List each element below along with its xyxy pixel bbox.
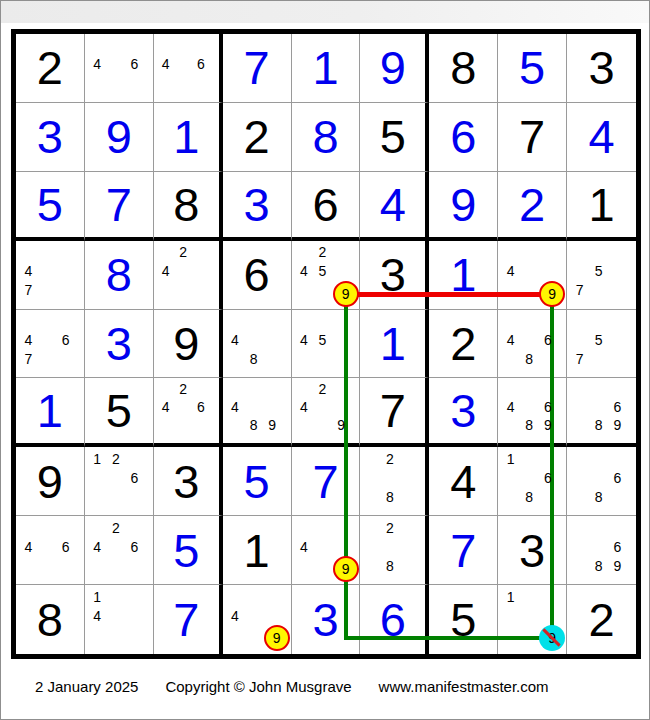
given-digit: 3 xyxy=(360,241,425,309)
solved-digit: 3 xyxy=(429,378,497,443)
candidate-digit xyxy=(501,312,520,331)
candidate-digit xyxy=(295,243,314,262)
candidate-digit xyxy=(295,349,314,368)
candidate-digit xyxy=(263,380,282,398)
candidate-digit xyxy=(295,556,314,575)
candidate-digit: 8 xyxy=(520,487,539,506)
candidate-digit xyxy=(363,449,381,468)
candidate-digit xyxy=(608,380,627,398)
candidate-digit xyxy=(570,518,589,537)
cell-r9c3[interactable]: 7 xyxy=(154,585,223,654)
candidate-digit: 4 xyxy=(157,262,175,281)
solved-digit: 3 xyxy=(292,585,360,654)
cell-r6c2[interactable]: 5 xyxy=(85,378,154,447)
candidate-digit xyxy=(56,518,75,537)
cell-r8c5[interactable]: 4 xyxy=(292,516,361,585)
cell-r8c9[interactable]: 689 xyxy=(567,516,636,585)
solved-digit: 5 xyxy=(16,172,84,237)
cell-r7c2[interactable]: 126 xyxy=(85,447,154,516)
candidate-digit: 2 xyxy=(174,380,192,398)
cell-r4c8[interactable]: 4 xyxy=(498,241,567,310)
candidate-digit xyxy=(608,262,627,281)
solved-digit: 5 xyxy=(498,34,566,102)
candidate-digit xyxy=(501,487,520,506)
candidate-digit: 6 xyxy=(608,468,627,487)
cell-r3c8[interactable]: 2 xyxy=(498,172,567,241)
candidate-digit xyxy=(19,312,38,331)
candidate-digit xyxy=(38,537,57,556)
cell-r3c1[interactable]: 5 xyxy=(16,172,85,241)
candidate-digit xyxy=(570,537,589,556)
candidate-digit xyxy=(192,416,210,434)
candidate-digit xyxy=(608,518,627,537)
footer: 2 January 2025Copyright © John Musgravew… xyxy=(35,678,576,695)
candidate-digit xyxy=(88,36,107,55)
cell-r1c7[interactable]: 8 xyxy=(429,34,498,103)
cell-r7c9[interactable]: 68 xyxy=(567,447,636,516)
cell-r8c2[interactable]: 246 xyxy=(85,516,154,585)
given-digit: 6 xyxy=(292,172,360,237)
given-digit: 1 xyxy=(223,516,291,584)
candidate-digit xyxy=(363,468,381,487)
candidate-digit xyxy=(107,556,126,575)
candidate-digit xyxy=(313,312,332,331)
candidate-digit xyxy=(244,606,263,625)
cell-r3c2[interactable]: 7 xyxy=(85,172,154,241)
solved-digit: 1 xyxy=(429,241,497,309)
cell-r3c9[interactable]: 1 xyxy=(567,172,636,241)
candidate-digit xyxy=(226,380,245,398)
candidate-digit: 7 xyxy=(19,281,38,300)
candidate-digit xyxy=(399,449,417,468)
candidate-digit xyxy=(608,487,627,506)
cell-r6c3[interactable]: 246 xyxy=(154,378,223,447)
title-bar xyxy=(1,1,649,23)
candidates: 4 xyxy=(501,243,557,300)
candidate-digit xyxy=(332,380,351,398)
cell-r6c9[interactable]: 689 xyxy=(567,378,636,447)
cell-r2c5[interactable]: 8 xyxy=(292,103,361,172)
candidate-digit xyxy=(332,537,351,556)
cell-r4c1[interactable]: 47 xyxy=(16,241,85,310)
cell-r8c1[interactable]: 46 xyxy=(16,516,85,585)
cell-r8c4[interactable]: 1 xyxy=(223,516,292,585)
cell-r8c8[interactable]: 3 xyxy=(498,516,567,585)
cell-r2c9[interactable]: 4 xyxy=(567,103,636,172)
candidate-digit: 4 xyxy=(501,398,520,416)
candidate-digit xyxy=(332,398,351,416)
candidate-digit: 7 xyxy=(570,349,589,368)
window: 2464671985339128567457836492147824624531… xyxy=(0,0,650,720)
cell-r5c1[interactable]: 467 xyxy=(16,310,85,379)
candidate-digit xyxy=(157,36,175,55)
candidate-digit: 2 xyxy=(107,518,126,537)
candidate-digit: 7 xyxy=(570,281,589,300)
candidate-digit: 4 xyxy=(226,398,245,416)
candidate-digit xyxy=(38,281,57,300)
cell-r2c4[interactable]: 2 xyxy=(223,103,292,172)
candidate-digit xyxy=(501,416,520,434)
candidate-digit xyxy=(157,281,175,300)
candidate-digit: 8 xyxy=(589,487,608,506)
candidate-digit xyxy=(107,537,126,556)
candidate-digit xyxy=(313,537,332,556)
candidate-digit: 9 xyxy=(332,416,351,434)
candidates: 68 xyxy=(570,449,627,506)
candidate-digit xyxy=(501,380,520,398)
cell-r8c7[interactable]: 7 xyxy=(429,516,498,585)
solved-digit: 9 xyxy=(85,103,153,171)
candidate-digit xyxy=(570,331,589,350)
candidate-digit: 4 xyxy=(501,262,520,281)
candidate-digit xyxy=(520,243,539,262)
cell-r4c5[interactable]: 245 xyxy=(292,241,361,310)
cell-r1c3[interactable]: 46 xyxy=(154,34,223,103)
candidate-digit: 8 xyxy=(520,349,539,368)
candidate-digit xyxy=(332,556,351,575)
cell-r5c3[interactable]: 9 xyxy=(154,310,223,379)
given-digit: 4 xyxy=(429,447,497,515)
candidate-digit xyxy=(125,449,144,468)
given-digit: 7 xyxy=(360,378,425,443)
cell-r7c8[interactable]: 168 xyxy=(498,447,567,516)
candidate-digit xyxy=(125,487,144,506)
candidate-digit xyxy=(501,243,520,262)
cell-r9c5[interactable]: 3 xyxy=(292,585,361,654)
candidate-digit: 6 xyxy=(125,55,144,74)
cell-r3c7[interactable]: 9 xyxy=(429,172,498,241)
candidate-digit xyxy=(332,349,351,368)
solved-digit: 9 xyxy=(360,34,425,102)
cell-r1c8[interactable]: 5 xyxy=(498,34,567,103)
candidate-digit xyxy=(313,281,332,300)
candidate-digit xyxy=(226,587,245,606)
cell-r6c6[interactable]: 7 xyxy=(360,378,429,447)
candidate-digit xyxy=(520,449,539,468)
cell-r1c5[interactable]: 1 xyxy=(292,34,361,103)
cell-r4c7[interactable]: 1 xyxy=(429,241,498,310)
candidate-digit xyxy=(399,518,417,537)
cell-r2c3[interactable]: 1 xyxy=(154,103,223,172)
candidate-digit xyxy=(313,398,332,416)
candidate-digit xyxy=(192,243,210,262)
candidate-digit: 8 xyxy=(381,487,399,506)
cell-r8c6[interactable]: 28 xyxy=(360,516,429,585)
candidate-digit xyxy=(174,74,192,93)
cell-r8c3[interactable]: 5 xyxy=(154,516,223,585)
candidate-digit xyxy=(363,556,381,575)
solved-digit: 7 xyxy=(85,172,153,237)
candidates: 4 xyxy=(295,518,351,575)
candidate-digit: 6 xyxy=(125,537,144,556)
cell-r3c3[interactable]: 8 xyxy=(154,172,223,241)
candidate-digit xyxy=(332,262,351,281)
candidate-digit xyxy=(570,416,589,434)
solved-digit: 1 xyxy=(154,103,219,171)
cell-r2c1[interactable]: 3 xyxy=(16,103,85,172)
cell-r9c9[interactable]: 2 xyxy=(567,585,636,654)
candidate-digit: 9 xyxy=(538,416,557,434)
candidate-digit: 4 xyxy=(88,606,107,625)
candidate-digit xyxy=(244,380,263,398)
candidate-digit xyxy=(226,349,245,368)
cell-r5c2[interactable]: 3 xyxy=(85,310,154,379)
candidate-digit xyxy=(589,380,608,398)
sudoku-board[interactable]: 2464671985339128567457836492147824624531… xyxy=(11,29,641,659)
candidate-digit xyxy=(399,487,417,506)
solved-digit: 1 xyxy=(360,310,425,378)
candidate-digit xyxy=(501,606,520,625)
cell-r5c7[interactable]: 2 xyxy=(429,310,498,379)
candidate-digit xyxy=(570,243,589,262)
candidate-digit: 4 xyxy=(19,262,38,281)
solved-digit: 7 xyxy=(223,34,291,102)
candidate-digit: 8 xyxy=(589,556,608,575)
cell-r3c4[interactable]: 3 xyxy=(223,172,292,241)
candidate-digit xyxy=(174,398,192,416)
candidate-digit xyxy=(56,349,75,368)
candidate-digit: 2 xyxy=(381,449,399,468)
candidate-digit xyxy=(313,518,332,537)
candidate-digit xyxy=(538,281,557,300)
candidate-digit xyxy=(38,312,57,331)
candidate-digit xyxy=(608,281,627,300)
candidate-digit xyxy=(174,281,192,300)
candidate-digit xyxy=(295,312,314,331)
solved-digit: 4 xyxy=(567,103,636,171)
candidate-digit: 6 xyxy=(56,537,75,556)
candidates: 168 xyxy=(501,449,557,506)
candidate-digit: 4 xyxy=(19,537,38,556)
footer-copyright: Copyright © John Musgrave xyxy=(165,678,351,695)
cell-r1c1[interactable]: 2 xyxy=(16,34,85,103)
given-digit: 3 xyxy=(567,34,636,102)
candidate-digit xyxy=(520,606,539,625)
candidate-digit xyxy=(125,587,144,606)
candidates: 4 xyxy=(226,587,282,645)
cell-r7c5[interactable]: 7 xyxy=(292,447,361,516)
cell-r9c7[interactable]: 5 xyxy=(429,585,498,654)
candidate-digit xyxy=(570,398,589,416)
candidate-digit xyxy=(56,312,75,331)
cell-r9c4[interactable]: 4 xyxy=(223,585,292,654)
candidate-digit xyxy=(88,487,107,506)
candidate-digit xyxy=(538,312,557,331)
candidate-digit xyxy=(332,331,351,350)
candidate-digit xyxy=(192,281,210,300)
candidate-digit xyxy=(313,556,332,575)
candidate-digit xyxy=(538,349,557,368)
cell-r2c6[interactable]: 5 xyxy=(360,103,429,172)
candidate-digit xyxy=(399,468,417,487)
candidate-digit xyxy=(589,449,608,468)
solved-digit: 1 xyxy=(16,378,84,443)
solved-digit: 2 xyxy=(498,172,566,237)
candidate-digit xyxy=(399,537,417,556)
cell-r5c5[interactable]: 45 xyxy=(292,310,361,379)
candidate-digit xyxy=(244,312,263,331)
candidate-digit xyxy=(125,606,144,625)
candidate-digit: 6 xyxy=(56,331,75,350)
solved-digit: 3 xyxy=(16,103,84,171)
solved-digit: 7 xyxy=(429,516,497,584)
candidate-digit xyxy=(38,243,57,262)
given-digit: 8 xyxy=(154,172,219,237)
candidate-digit xyxy=(192,36,210,55)
cell-r6c5[interactable]: 249 xyxy=(292,378,361,447)
candidate-digit xyxy=(570,449,589,468)
candidate-digit xyxy=(107,606,126,625)
candidate-digit xyxy=(226,416,245,434)
candidate-digit xyxy=(608,312,627,331)
candidate-digit: 8 xyxy=(244,416,263,434)
cell-r9c1[interactable]: 8 xyxy=(16,585,85,654)
candidates: 28 xyxy=(363,449,416,506)
given-digit: 7 xyxy=(498,103,566,171)
cell-r1c4[interactable]: 7 xyxy=(223,34,292,103)
candidate-digit xyxy=(520,626,539,645)
candidate-digit xyxy=(38,518,57,537)
cell-r9c6[interactable]: 6 xyxy=(360,585,429,654)
candidate-digit xyxy=(381,468,399,487)
candidates: 245 xyxy=(295,243,351,300)
cell-r7c1[interactable]: 9 xyxy=(16,447,85,516)
cell-r5c6[interactable]: 1 xyxy=(360,310,429,379)
candidates: 246 xyxy=(88,518,144,575)
candidate-digit xyxy=(174,262,192,281)
cell-r4c3[interactable]: 24 xyxy=(154,241,223,310)
cell-r4c4[interactable]: 6 xyxy=(223,241,292,310)
candidate-digit: 1 xyxy=(501,587,520,606)
cell-r1c6[interactable]: 9 xyxy=(360,34,429,103)
candidate-digit xyxy=(38,262,57,281)
candidate-digit xyxy=(313,349,332,368)
cell-r2c2[interactable]: 9 xyxy=(85,103,154,172)
candidate-digit xyxy=(538,380,557,398)
candidates: 28 xyxy=(363,518,416,575)
candidate-digit: 5 xyxy=(313,262,332,281)
cell-r2c8[interactable]: 7 xyxy=(498,103,567,172)
candidate-digit xyxy=(570,262,589,281)
cell-r5c8[interactable]: 468 xyxy=(498,310,567,379)
cell-r9c2[interactable]: 14 xyxy=(85,585,154,654)
candidates: 249 xyxy=(295,380,351,434)
candidate-digit xyxy=(192,380,210,398)
cell-r7c6[interactable]: 28 xyxy=(360,447,429,516)
candidate-digit: 2 xyxy=(381,518,399,537)
candidate-digit xyxy=(501,626,520,645)
candidate-digit xyxy=(263,331,282,350)
candidates: 47 xyxy=(19,243,75,300)
candidate-digit xyxy=(174,36,192,55)
candidate-digit xyxy=(19,518,38,537)
candidate-digit xyxy=(56,556,75,575)
candidate-digit xyxy=(192,262,210,281)
candidate-digit xyxy=(608,243,627,262)
candidate-digit: 6 xyxy=(538,331,557,350)
solved-digit: 9 xyxy=(429,172,497,237)
candidate-digit xyxy=(608,449,627,468)
cell-r1c9[interactable]: 3 xyxy=(567,34,636,103)
cell-r4c2[interactable]: 8 xyxy=(85,241,154,310)
cell-r1c2[interactable]: 46 xyxy=(85,34,154,103)
cell-r7c3[interactable]: 3 xyxy=(154,447,223,516)
cell-r5c9[interactable]: 57 xyxy=(567,310,636,379)
candidate-digit xyxy=(295,416,314,434)
candidate-digit xyxy=(538,587,557,606)
candidate-digit: 5 xyxy=(589,331,608,350)
cell-r4c9[interactable]: 57 xyxy=(567,241,636,310)
cell-r3c6[interactable]: 4 xyxy=(360,172,429,241)
candidate-digit xyxy=(313,416,332,434)
candidate-digit xyxy=(88,518,107,537)
cell-r2c7[interactable]: 6 xyxy=(429,103,498,172)
candidate-digit: 1 xyxy=(88,587,107,606)
cell-r7c7[interactable]: 4 xyxy=(429,447,498,516)
candidate-digit: 9 xyxy=(608,556,627,575)
candidate-digit xyxy=(589,281,608,300)
given-digit: 2 xyxy=(567,585,636,654)
cell-r9c8[interactable]: 1 xyxy=(498,585,567,654)
given-digit: 5 xyxy=(85,378,153,443)
candidate-digit xyxy=(570,312,589,331)
candidate-digit xyxy=(332,312,351,331)
footer-website: www.manifestmaster.com xyxy=(379,678,549,695)
candidate-digit xyxy=(192,74,210,93)
candidate-digit xyxy=(295,518,314,537)
candidate-digit: 4 xyxy=(19,331,38,350)
candidates: 46 xyxy=(88,36,144,93)
candidate-digit xyxy=(107,55,126,74)
given-digit: 9 xyxy=(154,310,219,378)
solved-digit: 7 xyxy=(154,585,219,654)
solved-digit: 8 xyxy=(85,241,153,309)
candidate-digit xyxy=(38,556,57,575)
candidate-digit xyxy=(125,36,144,55)
cell-r6c8[interactable]: 4689 xyxy=(498,378,567,447)
cell-r5c4[interactable]: 48 xyxy=(223,310,292,379)
candidate-digit xyxy=(295,380,314,398)
candidate-digit: 9 xyxy=(263,416,282,434)
given-digit: 3 xyxy=(154,447,219,515)
candidate-digit: 6 xyxy=(538,398,557,416)
candidate-digit: 8 xyxy=(589,416,608,434)
candidate-digit xyxy=(332,518,351,537)
candidate-digit xyxy=(538,626,557,645)
candidate-digit xyxy=(107,487,126,506)
candidate-digit: 9 xyxy=(608,416,627,434)
candidates: 689 xyxy=(570,380,627,434)
candidate-digit xyxy=(332,243,351,262)
candidate-digit: 4 xyxy=(501,331,520,350)
candidate-digit: 6 xyxy=(125,468,144,487)
cell-r6c4[interactable]: 489 xyxy=(223,378,292,447)
cell-r7c4[interactable]: 5 xyxy=(223,447,292,516)
candidate-digit: 4 xyxy=(295,331,314,350)
candidate-digit xyxy=(589,312,608,331)
cell-r3c5[interactable]: 6 xyxy=(292,172,361,241)
cell-r4c6[interactable]: 3 xyxy=(360,241,429,310)
candidates: 57 xyxy=(570,243,627,300)
cell-r6c7[interactable]: 3 xyxy=(429,378,498,447)
given-digit: 3 xyxy=(498,516,566,584)
candidate-digit xyxy=(589,468,608,487)
cell-r6c1[interactable]: 1 xyxy=(16,378,85,447)
candidate-digit: 6 xyxy=(608,537,627,556)
candidate-digit: 4 xyxy=(295,537,314,556)
candidate-digit xyxy=(501,281,520,300)
candidate-digit xyxy=(520,398,539,416)
